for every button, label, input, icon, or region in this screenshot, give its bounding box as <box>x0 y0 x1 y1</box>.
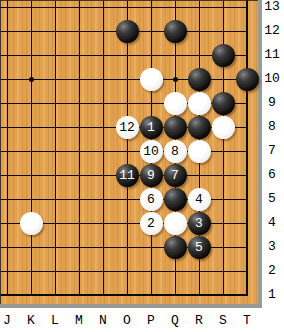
coord-label-col-K: K <box>22 313 40 329</box>
stone-black-P6-move-9: 9 <box>140 164 163 187</box>
grid-line-row-10 <box>0 79 248 80</box>
stone-black-R8 <box>188 116 211 139</box>
coord-label-row-9: 9 <box>261 95 283 111</box>
grid-line-row-1 <box>0 294 248 296</box>
stone-white-P5-move-6: 6 <box>140 188 163 211</box>
coord-label-row-5: 5 <box>261 191 283 207</box>
stone-black-Q8 <box>164 116 187 139</box>
stone-white-K4 <box>20 212 43 235</box>
stone-white-P7-move-10: 10 <box>140 140 163 163</box>
coord-label-col-P: P <box>142 313 160 329</box>
coord-label-row-1: 1 <box>261 287 283 303</box>
grid-line-row-2 <box>0 271 248 272</box>
coord-label-row-12: 12 <box>261 23 283 39</box>
coord-label-row-10: 10 <box>261 71 283 87</box>
stone-white-P4-move-2: 2 <box>140 212 163 235</box>
grid-line-col-N <box>103 0 104 296</box>
coord-label-row-6: 6 <box>261 167 283 183</box>
stone-black-O6-move-11: 11 <box>116 164 139 187</box>
stone-black-Q6-move-7: 7 <box>164 164 187 187</box>
grid-line-col-M <box>79 0 80 296</box>
stone-white-R7 <box>188 140 211 163</box>
grid-line-col-J <box>7 0 8 296</box>
stone-black-R10 <box>188 68 211 91</box>
stone-white-P10 <box>140 68 163 91</box>
stone-white-Q9 <box>164 92 187 115</box>
grid-line-row-3 <box>0 247 248 248</box>
grid-line-row-7 <box>0 151 248 152</box>
stone-black-Q12 <box>164 20 187 43</box>
grid-line-col-O <box>127 0 128 296</box>
grid-line-row-5 <box>0 199 248 200</box>
coord-label-row-3: 3 <box>261 239 283 255</box>
grid-line-col-K <box>31 0 32 296</box>
grid-line-row-11 <box>0 55 248 56</box>
coord-label-col-R: R <box>190 313 208 329</box>
stone-white-Q7-move-8: 8 <box>164 140 187 163</box>
stone-black-S11 <box>212 44 235 67</box>
coord-label-col-Q: Q <box>166 313 184 329</box>
go-board-diagram: 121108119764235 13121110987654321 JKLMNO… <box>0 0 284 332</box>
stone-black-Q5 <box>164 188 187 211</box>
coord-label-row-4: 4 <box>261 215 283 231</box>
stone-black-P8-move-1: 1 <box>140 116 163 139</box>
coord-label-col-L: L <box>46 313 64 329</box>
coord-label-row-13: 13 <box>261 0 283 15</box>
stone-black-R3-move-5: 5 <box>188 236 211 259</box>
stone-white-O8-move-12: 12 <box>116 116 139 139</box>
stone-black-R4-move-3: 3 <box>188 212 211 235</box>
stone-black-O12 <box>116 20 139 43</box>
coord-label-row-7: 7 <box>261 143 283 159</box>
stone-white-S8 <box>212 116 235 139</box>
left-crop-edge-line <box>0 0 1 304</box>
coord-label-col-J: J <box>0 313 16 329</box>
coord-label-col-T: T <box>238 313 256 329</box>
grid-line-row-13 <box>0 7 248 8</box>
stone-black-Q3 <box>164 236 187 259</box>
stone-black-S9 <box>212 92 235 115</box>
grid-line-row-9 <box>0 103 248 104</box>
stone-black-T10 <box>236 68 259 91</box>
coord-label-col-O: O <box>118 313 136 329</box>
star-point-Q10 <box>173 77 178 82</box>
coord-label-col-N: N <box>94 313 112 329</box>
stone-white-R9 <box>188 92 211 115</box>
grid-line-col-L <box>55 0 56 296</box>
top-crop-edge-line <box>0 0 258 1</box>
coord-label-row-11: 11 <box>261 47 283 63</box>
coord-label-row-2: 2 <box>261 263 283 279</box>
stone-white-R5-move-4: 4 <box>188 188 211 211</box>
stone-white-Q4 <box>164 212 187 235</box>
star-point-K10 <box>29 77 34 82</box>
grid-line-col-T <box>246 0 248 296</box>
coord-label-col-S: S <box>214 313 232 329</box>
coord-label-col-M: M <box>70 313 88 329</box>
coord-label-row-8: 8 <box>261 119 283 135</box>
